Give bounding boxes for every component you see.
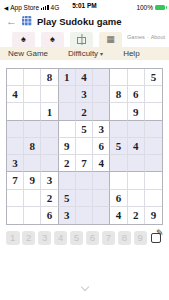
sudoku-cell-r7c2[interactable]: 9 xyxy=(24,172,41,189)
sudoku-cell-r2c3[interactable] xyxy=(41,86,58,103)
network-label: 4G xyxy=(51,4,60,11)
numpad-button-6[interactable]: 6 xyxy=(86,231,100,245)
numpad-button-3[interactable]: 3 xyxy=(38,231,52,245)
pencil-icon: ✎ xyxy=(156,229,164,238)
sudoku-cell-r9c7[interactable]: 4 xyxy=(110,207,127,224)
sudoku-cell-r9c9[interactable]: 9 xyxy=(145,207,162,224)
sudoku-cell-r3c4[interactable] xyxy=(59,103,76,120)
sudoku-cell-r4c5[interactable]: 5 xyxy=(76,121,93,138)
sudoku-cell-r1c1[interactable] xyxy=(7,69,24,86)
link-separator: · xyxy=(147,34,149,40)
sudoku-cell-r3c9[interactable] xyxy=(145,103,162,120)
sudoku-cell-r7c8[interactable] xyxy=(128,172,145,189)
sudoku-cell-r3c8[interactable]: 9 xyxy=(128,103,145,120)
chevron-down-icon: ▾ xyxy=(100,50,103,57)
sudoku-cell-r5c6[interactable]: 6 xyxy=(93,138,110,155)
sudoku-cell-r1c6[interactable] xyxy=(93,69,110,86)
sudoku-cell-r1c3[interactable]: 8 xyxy=(41,69,58,86)
sudoku-cell-r1c4[interactable]: 1 xyxy=(59,69,76,86)
sudoku-cell-r9c4[interactable]: 3 xyxy=(59,207,76,224)
sudoku-cell-r6c4[interactable]: 2 xyxy=(59,155,76,172)
sudoku-cell-r2c2[interactable] xyxy=(24,86,41,103)
sudoku-cell-r5c4[interactable]: 9 xyxy=(59,138,76,155)
sudoku-favicon-icon xyxy=(22,16,32,26)
status-bar: ◀ App Store 4G 5:01 PM 100% xyxy=(0,0,169,13)
sudoku-cell-r6c3[interactable] xyxy=(41,155,58,172)
sudoku-cell-r1c2[interactable] xyxy=(24,69,41,86)
sudoku-cell-r5c5[interactable] xyxy=(76,138,93,155)
sudoku-cell-r2c7[interactable]: 8 xyxy=(110,86,127,103)
sudoku-cell-r9c6[interactable] xyxy=(93,207,110,224)
sudoku-cell-r4c9[interactable] xyxy=(145,121,162,138)
battery-percent: 100% xyxy=(136,4,153,11)
numpad-button-4[interactable]: 4 xyxy=(54,231,68,245)
sudoku-cell-r1c9[interactable]: 5 xyxy=(145,69,162,86)
back-app-label: App Store xyxy=(10,4,39,11)
sudoku-cell-r2c5[interactable]: 3 xyxy=(76,86,93,103)
sudoku-cell-r5c7[interactable]: 5 xyxy=(110,138,127,155)
spade-icon: ♠ xyxy=(50,35,55,44)
spade-icon: ♠ xyxy=(21,35,26,44)
sudoku-cell-r9c5[interactable] xyxy=(76,207,93,224)
sudoku-board: 814543861295389654327479325663429 xyxy=(6,68,163,225)
sudoku-cell-r7c5[interactable] xyxy=(76,172,93,189)
sudoku-cell-r4c2[interactable] xyxy=(24,121,41,138)
back-arrow-icon[interactable]: ← xyxy=(6,16,17,27)
sudoku-cell-r4c6[interactable]: 3 xyxy=(93,121,110,138)
numpad-button-8[interactable]: 8 xyxy=(118,231,132,245)
header-links: Games · About xyxy=(127,34,165,40)
sudoku-cell-r5c3[interactable] xyxy=(41,138,58,155)
sudoku-cell-r8c4[interactable]: 5 xyxy=(59,190,76,207)
sudoku-cell-r3c1[interactable] xyxy=(7,103,24,120)
pencil-edit-button[interactable]: ✎ xyxy=(149,231,163,245)
sudoku-cell-r8c5[interactable] xyxy=(76,190,93,207)
sudoku-cell-r7c1[interactable]: 7 xyxy=(7,172,24,189)
sudoku-cell-r2c8[interactable]: 6 xyxy=(128,86,145,103)
scroll-down-chevron-icon xyxy=(80,283,88,291)
back-to-app-link[interactable]: ◀ App Store 4G xyxy=(4,4,59,11)
sudoku-cell-r8c7[interactable]: 6 xyxy=(110,190,127,207)
sudoku-cell-r3c2[interactable] xyxy=(24,103,41,120)
sudoku-cell-r7c3[interactable]: 3 xyxy=(41,172,58,189)
sudoku-cell-r8c1[interactable] xyxy=(7,190,24,207)
sudoku-cell-r8c3[interactable]: 2 xyxy=(41,190,58,207)
games-link[interactable]: Games xyxy=(127,34,145,40)
sudoku-cell-r3c5[interactable]: 2 xyxy=(76,103,93,120)
help-button[interactable]: Help xyxy=(123,49,139,58)
sudoku-grid-icon: ▦ xyxy=(106,35,115,44)
about-link[interactable]: About xyxy=(151,34,165,40)
sudoku-cell-r5c1[interactable] xyxy=(7,138,24,155)
sudoku-cell-r6c6[interactable]: 4 xyxy=(93,155,110,172)
sudoku-cell-r9c3[interactable]: 6 xyxy=(41,207,58,224)
sudoku-cell-r8c2[interactable] xyxy=(24,190,41,207)
sudoku-cell-r6c9[interactable] xyxy=(145,155,162,172)
numpad-button-5[interactable]: 5 xyxy=(70,231,84,245)
sudoku-cell-r1c7[interactable] xyxy=(110,69,127,86)
sudoku-cell-r2c9[interactable] xyxy=(145,86,162,103)
sudoku-cell-r4c8[interactable] xyxy=(128,121,145,138)
numpad-button-2[interactable]: 2 xyxy=(22,231,36,245)
page-title: Play Sudoku game xyxy=(37,16,121,27)
menu-bar: New Game Difficulty ▾ Help xyxy=(0,47,169,60)
sudoku-cell-r1c5[interactable]: 4 xyxy=(76,69,93,86)
sudoku-cell-r4c3[interactable] xyxy=(41,121,58,138)
sudoku-cell-r4c4[interactable] xyxy=(59,121,76,138)
numpad-button-9[interactable]: 9 xyxy=(134,231,148,245)
new-game-label: New Game xyxy=(8,49,48,58)
mahjong-zhong-icon xyxy=(77,37,86,44)
sudoku-cell-r1c8[interactable] xyxy=(128,69,145,86)
sudoku-cell-r3c3[interactable]: 1 xyxy=(41,103,58,120)
sudoku-cell-r7c7[interactable] xyxy=(110,172,127,189)
sudoku-cell-r6c7[interactable] xyxy=(110,155,127,172)
sudoku-cell-r7c4[interactable] xyxy=(59,172,76,189)
number-pad: 123456789✎ xyxy=(0,231,169,245)
battery-icon xyxy=(155,5,165,10)
tab-card-game-2[interactable]: ♠ xyxy=(41,32,64,47)
game-tabs: ♠ ♠ ▦ Games · About xyxy=(0,29,169,47)
sudoku-cell-r5c9[interactable] xyxy=(145,138,162,155)
back-triangle-icon: ◀ xyxy=(4,5,8,11)
sudoku-cell-r2c1[interactable]: 4 xyxy=(7,86,24,103)
signal-bars-icon xyxy=(41,5,48,10)
sudoku-cell-r5c2[interactable]: 8 xyxy=(24,138,41,155)
sudoku-cell-r7c9[interactable] xyxy=(145,172,162,189)
sudoku-cell-r9c1[interactable] xyxy=(7,207,24,224)
difficulty-menu[interactable]: Difficulty ▾ xyxy=(68,49,103,58)
sudoku-cell-r8c6[interactable] xyxy=(93,190,110,207)
difficulty-label: Difficulty xyxy=(68,49,98,58)
battery-status: 100% xyxy=(136,4,165,11)
sudoku-cell-r7c6[interactable] xyxy=(93,172,110,189)
sudoku-cell-r5c8[interactable]: 4 xyxy=(128,138,145,155)
tab-sudoku-active[interactable]: ▦ xyxy=(99,32,122,47)
numpad-button-1[interactable]: 1 xyxy=(6,231,20,245)
sudoku-cell-r3c7[interactable] xyxy=(110,103,127,120)
new-game-button[interactable]: New Game xyxy=(8,49,48,58)
sudoku-cell-r4c1[interactable] xyxy=(7,121,24,138)
sudoku-cell-r8c8[interactable] xyxy=(128,190,145,207)
page-header: ← Play Sudoku game xyxy=(0,13,169,29)
numpad-button-7[interactable]: 7 xyxy=(102,231,116,245)
sudoku-cell-r8c9[interactable] xyxy=(145,190,162,207)
tab-card-game-1[interactable]: ♠ xyxy=(12,32,35,47)
sudoku-cell-r9c2[interactable] xyxy=(24,207,41,224)
sudoku-cell-r3c6[interactable] xyxy=(93,103,110,120)
sudoku-cell-r2c4[interactable] xyxy=(59,86,76,103)
sudoku-cell-r9c8[interactable]: 2 xyxy=(128,207,145,224)
sudoku-cell-r4c7[interactable] xyxy=(110,121,127,138)
sudoku-cell-r6c8[interactable] xyxy=(128,155,145,172)
sudoku-cell-r6c1[interactable]: 3 xyxy=(7,155,24,172)
tab-mahjong[interactable] xyxy=(70,32,93,47)
sudoku-cell-r6c5[interactable]: 7 xyxy=(76,155,93,172)
sudoku-cell-r6c2[interactable] xyxy=(24,155,41,172)
help-label: Help xyxy=(123,49,139,58)
sudoku-cell-r2c6[interactable] xyxy=(93,86,110,103)
